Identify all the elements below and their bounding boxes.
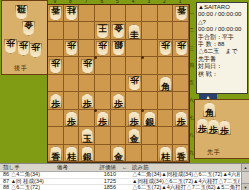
move-cell-move: 88 △6二玉(72): [3, 184, 40, 190]
move-cell-eval: 1856: [92, 184, 116, 190]
info-line: △?: [198, 19, 246, 26]
board-cell[interactable]: [95, 145, 111, 162]
board-cell[interactable]: [111, 127, 127, 144]
piece-kanji: 歩: [67, 117, 76, 127]
shogi-board[interactable]: 香桂香王金圭歩歩銀歩歩歩歩歩角歩歩歩歩歩歩銀歩玉金香桂銀金桂香: [47, 4, 190, 163]
piece-kanji: 銀: [114, 40, 123, 50]
piece-kanji: 歩: [31, 42, 40, 52]
gote-komadai[interactable]: 後手 飛金歩歩歩: [1, 0, 48, 75]
shogi-piece-gote[interactable]: 歩: [17, 41, 30, 56]
piece-kanji: 歩: [177, 117, 186, 127]
piece-kanji: 歩: [130, 117, 139, 127]
shogi-piece-sente[interactable]: 歩: [207, 119, 220, 134]
scroll-down-icon[interactable]: ▼: [242, 183, 249, 190]
piece-kanji: 銀: [83, 152, 92, 162]
info-line: 棋 戦：: [198, 71, 246, 78]
hoshi-dot: [94, 109, 97, 112]
board-cell[interactable]: [79, 75, 95, 92]
shogi-piece-gote[interactable]: 歩: [4, 39, 17, 54]
board-cell[interactable]: [126, 57, 142, 74]
board-cell[interactable]: [95, 57, 111, 74]
move-list[interactable]: 指し手 備考 評価値 ← 読み筋 86 △4二角(34)1610△4二角(34)…: [0, 163, 249, 190]
piece-kanji: 歩: [198, 124, 207, 134]
board-cell[interactable]: [111, 75, 127, 92]
shogi-piece-sente[interactable]: 角: [203, 102, 216, 117]
piece-kanji: 歩: [19, 40, 28, 50]
scroll-up-icon[interactable]: ▲: [242, 164, 249, 172]
board-cell[interactable]: [79, 40, 95, 57]
board-cell[interactable]: [64, 127, 80, 144]
hoshi-dot: [141, 109, 144, 112]
piece-kanji: 香: [177, 5, 186, 15]
piece-kanji: 歩: [67, 40, 76, 50]
board-cell[interactable]: [173, 22, 189, 39]
board-cell[interactable]: [126, 5, 142, 22]
board-cell[interactable]: [48, 75, 64, 92]
shogi-piece-sente[interactable]: 歩: [196, 118, 209, 133]
board-cell[interactable]: [158, 57, 174, 74]
piece-kanji: 歩: [83, 99, 92, 109]
rank-label: 三: [189, 39, 196, 56]
board-cell[interactable]: [64, 92, 80, 109]
move-cell-pv: △6二玉(72)▲4六桂打△7二玉(62)▲5二角打△7三銀(84)▲6一馬△9…: [132, 184, 240, 190]
info-line: 手 数：88: [198, 41, 246, 48]
board-cell[interactable]: [48, 40, 64, 57]
board-cell[interactable]: [142, 145, 158, 162]
move-list-scrollbar[interactable]: ▲ ▼: [241, 164, 249, 190]
info-line: 手合割：平手: [198, 34, 246, 41]
board-cell[interactable]: [142, 75, 158, 92]
rank-label: 二: [189, 21, 196, 38]
board-cell[interactable]: [142, 57, 158, 74]
header-pv: 読み筋: [132, 164, 240, 171]
board-cell[interactable]: [142, 127, 158, 144]
sente-komadai-label: 先手: [207, 148, 221, 157]
piece-kanji: 王: [98, 23, 107, 33]
header-move: 指し手: [3, 164, 20, 171]
board-cell[interactable]: [79, 5, 95, 22]
board-cell[interactable]: [142, 92, 158, 109]
board-cell[interactable]: [111, 110, 127, 127]
piece-kanji: 歩: [114, 99, 123, 109]
piece-kanji: 香: [177, 152, 186, 162]
board-cell[interactable]: [111, 57, 127, 74]
board-cell[interactable]: [48, 22, 64, 39]
piece-kanji: 圭: [130, 30, 139, 40]
shogi-app: 後手 飛金歩歩歩 987654321 一二三四五六七八九 香桂香王金圭歩歩銀歩歩…: [0, 0, 249, 190]
board-cell[interactable]: [173, 75, 189, 92]
rank-label: 五: [189, 74, 196, 91]
header-arrow: ←: [122, 164, 128, 171]
info-line: 00:00 / 00:00:00: [198, 11, 246, 18]
piece-kanji: 香: [51, 5, 60, 15]
board-cell[interactable]: [48, 127, 64, 144]
piece-kanji: 歩: [51, 58, 60, 68]
shogi-piece-sente[interactable]: 歩: [218, 120, 231, 135]
header-note: 備考: [57, 164, 68, 171]
board-cell[interactable]: [142, 22, 158, 39]
board-cell[interactable]: [126, 145, 142, 162]
board-cell[interactable]: [95, 75, 111, 92]
board-cell[interactable]: [126, 92, 142, 109]
gote-komadai-label: 後手: [14, 64, 28, 73]
piece-kanji: 歩: [177, 40, 186, 50]
game-info-panel: ▲SAITARO00:00 / 00:00:00△?00:00 / 00:00:…: [196, 2, 248, 94]
info-line: ▲SAITARO: [198, 4, 246, 11]
piece-kanji: 桂: [67, 5, 76, 15]
board-cell[interactable]: [48, 110, 64, 127]
board-cell[interactable]: [158, 5, 174, 22]
piece-kanji: 歩: [98, 117, 107, 127]
board-cell[interactable]: [158, 22, 174, 39]
board-cell[interactable]: [158, 127, 174, 144]
info-line: △6二玉 まで: [198, 48, 246, 55]
piece-kanji: 桂: [161, 152, 170, 162]
board-cell[interactable]: [95, 127, 111, 144]
piece-kanji: 歩: [130, 75, 139, 85]
board-cell[interactable]: [173, 92, 189, 109]
board-cell[interactable]: [158, 92, 174, 109]
info-line: 先手番: [198, 56, 246, 63]
sente-komadai[interactable]: 先手 角歩歩歩: [194, 99, 249, 159]
piece-kanji: 金: [130, 134, 139, 144]
piece-kanji: 歩: [220, 126, 229, 136]
move-row[interactable]: 88 △6二玉(72)1856△6二玉(72)▲4六桂打△7二玉(62)▲5二角…: [0, 184, 242, 190]
board-cell[interactable]: [142, 5, 158, 22]
header-eval: 評価値: [92, 164, 116, 171]
board-cell[interactable]: [64, 57, 80, 74]
piece-kanji: 角: [161, 82, 170, 92]
board-cell[interactable]: [158, 110, 174, 127]
board-cell[interactable]: [64, 75, 80, 92]
piece-kanji: 桂: [67, 152, 76, 162]
piece-kanji: 金: [114, 152, 123, 162]
board-cell[interactable]: [95, 92, 111, 109]
piece-kanji: 玉: [83, 134, 92, 144]
piece-kanji: 金: [114, 23, 123, 33]
piece-kanji: 歩: [98, 40, 107, 50]
shogi-piece-gote[interactable]: 飛: [15, 5, 28, 20]
board-cell[interactable]: [111, 5, 127, 22]
shogi-piece-gote[interactable]: 金: [22, 21, 35, 36]
rank-label: 一: [189, 4, 196, 21]
piece-kanji: 歩: [161, 40, 170, 50]
piece-kanji: 銀: [145, 117, 154, 127]
piece-kanji: 飛: [17, 4, 26, 14]
piece-kanji: 歩: [83, 58, 92, 68]
board-cell[interactable]: [79, 110, 95, 127]
piece-kanji: 金: [24, 20, 33, 30]
board-cell[interactable]: [64, 22, 80, 39]
board-cell[interactable]: [173, 57, 189, 74]
piece-kanji: 歩: [6, 38, 15, 48]
board-cell[interactable]: [95, 5, 111, 22]
piece-kanji: 香: [51, 152, 60, 162]
shogi-piece-gote[interactable]: 歩: [29, 43, 42, 58]
info-line: 対局日：: [198, 63, 246, 70]
board-cell[interactable]: [126, 40, 142, 57]
rank-label: 四: [189, 56, 196, 73]
board-cell[interactable]: [142, 40, 158, 57]
piece-kanji: 角: [205, 108, 214, 118]
info-line: 00:00 / 00:00:00: [198, 26, 246, 33]
board-cell[interactable]: [173, 127, 189, 144]
piece-kanji: 歩: [51, 99, 60, 109]
piece-kanji: 歩: [209, 125, 218, 135]
board-cell[interactable]: [79, 22, 95, 39]
